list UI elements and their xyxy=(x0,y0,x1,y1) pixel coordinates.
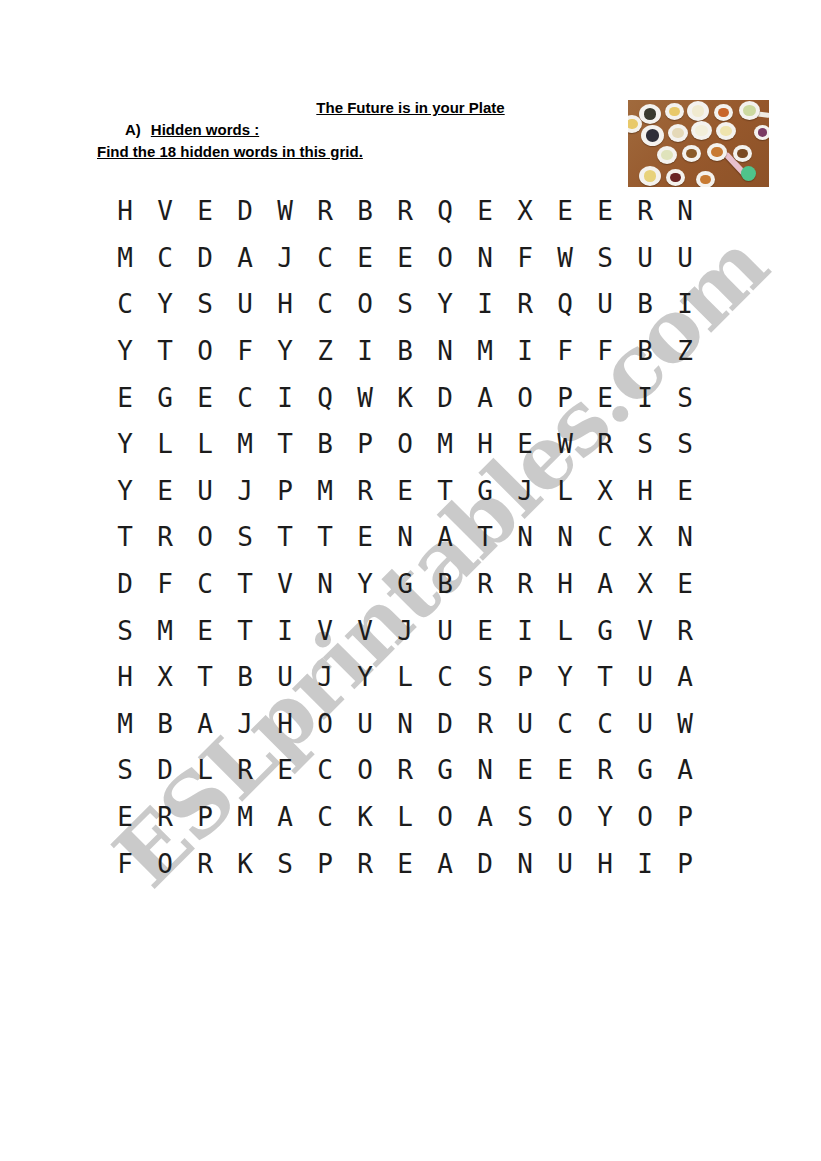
grid-cell-r12c14: U xyxy=(625,701,665,748)
grid-cell-r14c4: M xyxy=(225,794,265,841)
grid-cell-r3c12: Q xyxy=(545,281,585,328)
grid-cell-r4c5: Y xyxy=(265,328,305,375)
grid-cell-r8c11: N xyxy=(505,514,545,561)
grid-cell-r5c1: E xyxy=(105,374,145,421)
grid-cell-r8c2: R xyxy=(145,514,185,561)
grid-cell-r3c9: Y xyxy=(425,281,465,328)
grid-cell-r10c8: J xyxy=(385,607,425,654)
grid-cell-r6c14: S xyxy=(625,421,665,468)
grid-cell-r3c4: U xyxy=(225,281,265,328)
grid-cell-r11c3: T xyxy=(185,654,225,701)
instructions: Find the 18 hidden words in this grid. xyxy=(97,143,363,160)
food-bowl-icon xyxy=(707,143,727,161)
grid-cell-r7c13: X xyxy=(585,468,625,515)
grid-cell-r11c12: Y xyxy=(545,654,585,701)
grid-cell-r5c11: O xyxy=(505,374,545,421)
grid-cell-r13c8: R xyxy=(385,747,425,794)
food-bowl-icon xyxy=(657,146,677,164)
grid-cell-r14c7: K xyxy=(345,794,385,841)
food-bowl-icon xyxy=(665,103,684,120)
grid-cell-r11c1: H xyxy=(105,654,145,701)
grid-cell-r2c14: U xyxy=(625,235,665,282)
grid-cell-r1c11: X xyxy=(505,188,545,235)
food-bowl-icon xyxy=(641,125,664,146)
grid-cell-r15c13: H xyxy=(585,840,625,887)
grid-cell-r10c10: E xyxy=(465,607,505,654)
worksheet-page: ESLprintables.com The Future is in your … xyxy=(0,0,821,1161)
food-bowl-icon xyxy=(733,145,752,162)
grid-cell-r11c14: U xyxy=(625,654,665,701)
grid-cell-r14c3: P xyxy=(185,794,225,841)
grid-cell-r10c3: E xyxy=(185,607,225,654)
grid-cell-r2c8: E xyxy=(385,235,425,282)
grid-cell-r12c7: U xyxy=(345,701,385,748)
grid-cell-r4c3: O xyxy=(185,328,225,375)
grid-cell-r2c7: E xyxy=(345,235,385,282)
grid-cell-r6c1: Y xyxy=(105,421,145,468)
grid-cell-r13c4: R xyxy=(225,747,265,794)
grid-cell-r4c14: B xyxy=(625,328,665,375)
grid-cell-r9c1: D xyxy=(105,561,145,608)
grid-cell-r6c4: M xyxy=(225,421,265,468)
grid-cell-r4c4: F xyxy=(225,328,265,375)
grid-cell-r8c14: X xyxy=(625,514,665,561)
grid-cell-r11c11: P xyxy=(505,654,545,701)
grid-cell-r3c6: C xyxy=(305,281,345,328)
grid-cell-r1c3: E xyxy=(185,188,225,235)
grid-cell-r1c8: R xyxy=(385,188,425,235)
grid-cell-r3c5: H xyxy=(265,281,305,328)
grid-cell-r13c9: G xyxy=(425,747,465,794)
grid-cell-r5c3: E xyxy=(185,374,225,421)
grid-cell-r6c15: S xyxy=(665,421,705,468)
grid-cell-r12c1: M xyxy=(105,701,145,748)
grid-cell-r12c10: R xyxy=(465,701,505,748)
grid-cell-r3c10: I xyxy=(465,281,505,328)
grid-cell-r15c9: A xyxy=(425,840,465,887)
grid-cell-r13c12: E xyxy=(545,747,585,794)
grid-cell-r5c5: I xyxy=(265,374,305,421)
grid-cell-r2c10: N xyxy=(465,235,505,282)
grid-cell-r10c6: V xyxy=(305,607,345,654)
grid-cell-r12c11: U xyxy=(505,701,545,748)
grid-cell-r13c1: S xyxy=(105,747,145,794)
grid-cell-r7c10: G xyxy=(465,468,505,515)
grid-cell-r5c7: W xyxy=(345,374,385,421)
grid-cell-r2c11: F xyxy=(505,235,545,282)
grid-cell-r9c7: Y xyxy=(345,561,385,608)
grid-cell-r4c15: Z xyxy=(665,328,705,375)
grid-cell-r10c13: G xyxy=(585,607,625,654)
grid-cell-r4c11: I xyxy=(505,328,545,375)
grid-cell-r12c6: O xyxy=(305,701,345,748)
grid-cell-r9c11: R xyxy=(505,561,545,608)
grid-cell-r12c3: A xyxy=(185,701,225,748)
grid-cell-r5c12: P xyxy=(545,374,585,421)
grid-cell-r2c5: J xyxy=(265,235,305,282)
grid-cell-r4c9: N xyxy=(425,328,465,375)
grid-cell-r9c15: E xyxy=(665,561,705,608)
grid-cell-r15c5: S xyxy=(265,840,305,887)
grid-cell-r6c5: T xyxy=(265,421,305,468)
grid-cell-r1c10: E xyxy=(465,188,505,235)
grid-cell-r6c2: L xyxy=(145,421,185,468)
grid-cell-r1c9: Q xyxy=(425,188,465,235)
grid-cell-r1c13: E xyxy=(585,188,625,235)
grid-cell-r14c14: O xyxy=(625,794,665,841)
grid-cell-r5c14: I xyxy=(625,374,665,421)
grid-cell-r14c10: A xyxy=(465,794,505,841)
grid-cell-r8c12: N xyxy=(545,514,585,561)
grid-cell-r11c13: T xyxy=(585,654,625,701)
grid-cell-r9c12: H xyxy=(545,561,585,608)
grid-cell-r15c12: U xyxy=(545,840,585,887)
grid-cell-r14c6: C xyxy=(305,794,345,841)
grid-cell-r8c8: N xyxy=(385,514,425,561)
grid-cell-r8c7: E xyxy=(345,514,385,561)
grid-cell-r9c13: A xyxy=(585,561,625,608)
grid-cell-r7c1: Y xyxy=(105,468,145,515)
grid-cell-r13c7: O xyxy=(345,747,385,794)
food-photo xyxy=(628,100,769,187)
grid-cell-r14c2: R xyxy=(145,794,185,841)
grid-cell-r13c15: A xyxy=(665,747,705,794)
grid-cell-r12c8: N xyxy=(385,701,425,748)
grid-cell-r15c10: D xyxy=(465,840,505,887)
grid-cell-r8c1: T xyxy=(105,514,145,561)
grid-cell-r4c10: M xyxy=(465,328,505,375)
grid-cell-r10c7: V xyxy=(345,607,385,654)
grid-cell-r12c12: C xyxy=(545,701,585,748)
grid-cell-r1c1: H xyxy=(105,188,145,235)
grid-cell-r2c3: D xyxy=(185,235,225,282)
grid-cell-r9c5: V xyxy=(265,561,305,608)
grid-cell-r4c1: Y xyxy=(105,328,145,375)
grid-cell-r15c4: K xyxy=(225,840,265,887)
grid-cell-r7c6: M xyxy=(305,468,345,515)
grid-cell-r10c12: L xyxy=(545,607,585,654)
grid-cell-r5c2: G xyxy=(145,374,185,421)
grid-cell-r10c4: T xyxy=(225,607,265,654)
grid-cell-r2c13: S xyxy=(585,235,625,282)
grid-cell-r3c14: B xyxy=(625,281,665,328)
grid-cell-r13c3: L xyxy=(185,747,225,794)
grid-cell-r7c2: E xyxy=(145,468,185,515)
grid-cell-r2c9: O xyxy=(425,235,465,282)
section-label: A) xyxy=(125,121,141,138)
grid-cell-r3c13: U xyxy=(585,281,625,328)
grid-cell-r14c9: O xyxy=(425,794,465,841)
grid-cell-r6c10: H xyxy=(465,421,505,468)
grid-cell-r7c3: U xyxy=(185,468,225,515)
grid-cell-r6c7: P xyxy=(345,421,385,468)
section-title: Hidden words : xyxy=(151,121,259,138)
grid-cell-r9c9: B xyxy=(425,561,465,608)
grid-cell-r5c9: D xyxy=(425,374,465,421)
grid-cell-r11c4: B xyxy=(225,654,265,701)
grid-cell-r11c10: S xyxy=(465,654,505,701)
grid-cell-r1c15: N xyxy=(665,188,705,235)
grid-cell-r11c15: A xyxy=(665,654,705,701)
grid-cell-r11c6: J xyxy=(305,654,345,701)
grid-cell-r7c15: E xyxy=(665,468,705,515)
food-bowl-icon xyxy=(628,115,642,133)
grid-cell-r6c9: M xyxy=(425,421,465,468)
grid-cell-r7c7: R xyxy=(345,468,385,515)
grid-cell-r6c6: B xyxy=(305,421,345,468)
grid-cell-r3c1: C xyxy=(105,281,145,328)
grid-cell-r4c2: T xyxy=(145,328,185,375)
food-bowl-icon xyxy=(668,124,688,142)
grid-cell-r1c7: B xyxy=(345,188,385,235)
grid-cell-r1c5: W xyxy=(265,188,305,235)
grid-cell-r12c2: B xyxy=(145,701,185,748)
grid-cell-r7c11: J xyxy=(505,468,545,515)
grid-cell-r9c6: N xyxy=(305,561,345,608)
grid-cell-r8c10: T xyxy=(465,514,505,561)
grid-cell-r10c14: V xyxy=(625,607,665,654)
grid-cell-r7c4: J xyxy=(225,468,265,515)
grid-cell-r7c9: T xyxy=(425,468,465,515)
grid-cell-r13c14: G xyxy=(625,747,665,794)
grid-cell-r10c5: I xyxy=(265,607,305,654)
grid-cell-r15c14: I xyxy=(625,840,665,887)
grid-cell-r4c7: I xyxy=(345,328,385,375)
grid-cell-r9c10: R xyxy=(465,561,505,608)
grid-cell-r10c1: S xyxy=(105,607,145,654)
grid-cell-r2c4: A xyxy=(225,235,265,282)
grid-cell-r8c13: C xyxy=(585,514,625,561)
grid-cell-r3c15: I xyxy=(665,281,705,328)
grid-cell-r6c11: E xyxy=(505,421,545,468)
grid-cell-r3c7: O xyxy=(345,281,385,328)
grid-cell-r5c10: A xyxy=(465,374,505,421)
grid-cell-r4c12: F xyxy=(545,328,585,375)
grid-cell-r15c1: F xyxy=(105,840,145,887)
grid-cell-r8c6: T xyxy=(305,514,345,561)
grid-cell-r4c6: Z xyxy=(305,328,345,375)
grid-cell-r2c2: C xyxy=(145,235,185,282)
grid-cell-r13c11: E xyxy=(505,747,545,794)
grid-cell-r13c5: E xyxy=(265,747,305,794)
grid-cell-r1c6: R xyxy=(305,188,345,235)
grid-cell-r4c8: B xyxy=(385,328,425,375)
grid-cell-r7c8: E xyxy=(385,468,425,515)
grid-cell-r6c8: O xyxy=(385,421,425,468)
grid-cell-r9c8: G xyxy=(385,561,425,608)
grid-cell-r1c4: D xyxy=(225,188,265,235)
grid-cell-r4c13: F xyxy=(585,328,625,375)
grid-cell-r15c15: P xyxy=(665,840,705,887)
grid-cell-r15c7: R xyxy=(345,840,385,887)
grid-cell-r14c13: Y xyxy=(585,794,625,841)
grid-cell-r7c5: P xyxy=(265,468,305,515)
word-search-grid: HVEDWRBRQEXEERNMCDAJCEEONFWSUUCYSUHCOSYI… xyxy=(105,188,705,887)
grid-cell-r9c4: T xyxy=(225,561,265,608)
grid-cell-r11c9: C xyxy=(425,654,465,701)
grid-cell-r6c13: R xyxy=(585,421,625,468)
food-bowl-icon xyxy=(714,104,733,121)
grid-cell-r9c14: X xyxy=(625,561,665,608)
grid-cell-r11c5: U xyxy=(265,654,305,701)
grid-cell-r5c6: Q xyxy=(305,374,345,421)
grid-cell-r14c1: E xyxy=(105,794,145,841)
grid-cell-r1c12: E xyxy=(545,188,585,235)
lime-icon xyxy=(741,166,756,181)
grid-cell-r11c2: X xyxy=(145,654,185,701)
food-bowl-icon xyxy=(682,145,701,162)
grid-cell-r13c10: N xyxy=(465,747,505,794)
grid-cell-r14c15: P xyxy=(665,794,705,841)
grid-cell-r15c2: O xyxy=(145,840,185,887)
grid-cell-r7c12: L xyxy=(545,468,585,515)
food-bowl-icon xyxy=(639,104,661,124)
grid-cell-r14c5: A xyxy=(265,794,305,841)
grid-cell-r5c15: S xyxy=(665,374,705,421)
grid-cell-r10c9: U xyxy=(425,607,465,654)
grid-cell-r7c14: H xyxy=(625,468,665,515)
grid-cell-r10c2: M xyxy=(145,607,185,654)
grid-cell-r1c14: R xyxy=(625,188,665,235)
grid-cell-r12c15: W xyxy=(665,701,705,748)
grid-cell-r2c15: U xyxy=(665,235,705,282)
grid-cell-r13c13: R xyxy=(585,747,625,794)
grid-cell-r13c2: D xyxy=(145,747,185,794)
grid-cell-r3c11: R xyxy=(505,281,545,328)
grid-cell-r2c12: W xyxy=(545,235,585,282)
grid-cell-r2c6: C xyxy=(305,235,345,282)
food-bowl-icon xyxy=(716,122,736,140)
grid-cell-r15c6: P xyxy=(305,840,345,887)
grid-cell-r14c8: L xyxy=(385,794,425,841)
food-bowl-icon xyxy=(639,166,661,186)
grid-cell-r14c12: O xyxy=(545,794,585,841)
grid-cell-r15c11: N xyxy=(505,840,545,887)
grid-cell-r8c5: T xyxy=(265,514,305,561)
grid-cell-r9c2: F xyxy=(145,561,185,608)
grid-cell-r8c4: S xyxy=(225,514,265,561)
grid-cell-r2c1: M xyxy=(105,235,145,282)
grid-cell-r5c8: K xyxy=(385,374,425,421)
section-heading-line: A)Hidden words : xyxy=(125,121,259,138)
food-bowl-icon xyxy=(696,171,715,187)
grid-cell-r12c4: J xyxy=(225,701,265,748)
grid-cell-r5c13: E xyxy=(585,374,625,421)
grid-cell-r6c3: L xyxy=(185,421,225,468)
grid-cell-r15c8: E xyxy=(385,840,425,887)
food-bowl-icon xyxy=(666,169,685,186)
grid-cell-r11c8: L xyxy=(385,654,425,701)
grid-cell-r5c4: C xyxy=(225,374,265,421)
grid-cell-r1c2: V xyxy=(145,188,185,235)
grid-cell-r6c12: W xyxy=(545,421,585,468)
grid-cell-r11c7: Y xyxy=(345,654,385,701)
grid-cell-r3c2: Y xyxy=(145,281,185,328)
food-bowl-icon xyxy=(687,101,709,121)
grid-cell-r14c11: S xyxy=(505,794,545,841)
grid-cell-r8c9: A xyxy=(425,514,465,561)
grid-cell-r12c9: D xyxy=(425,701,465,748)
grid-cell-r8c15: N xyxy=(665,514,705,561)
grid-cell-r12c13: C xyxy=(585,701,625,748)
food-bowl-icon xyxy=(754,125,769,140)
grid-cell-r10c11: I xyxy=(505,607,545,654)
grid-cell-r12c5: H xyxy=(265,701,305,748)
food-bowl-icon xyxy=(739,101,760,120)
grid-cell-r13c6: C xyxy=(305,747,345,794)
grid-cell-r10c15: R xyxy=(665,607,705,654)
grid-cell-r15c3: R xyxy=(185,840,225,887)
grid-cell-r3c8: S xyxy=(385,281,425,328)
grid-cell-r8c3: O xyxy=(185,514,225,561)
food-bowl-icon xyxy=(691,121,712,140)
grid-cell-r9c3: C xyxy=(185,561,225,608)
grid-cell-r3c3: S xyxy=(185,281,225,328)
